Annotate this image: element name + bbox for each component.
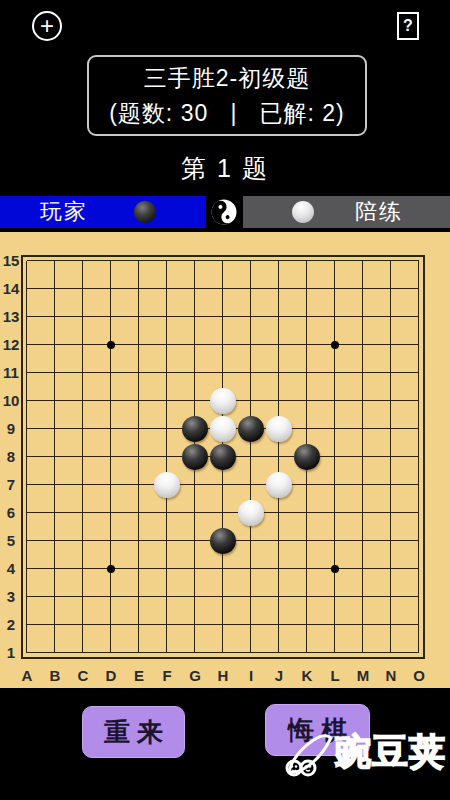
board-cell-K6[interactable]: [293, 499, 321, 527]
board-cell-G11[interactable]: [181, 359, 209, 387]
board-cell-G14[interactable]: [181, 275, 209, 303]
grid-line-v: [390, 303, 391, 331]
board-cell-E3[interactable]: [125, 583, 153, 611]
board-cell-A7[interactable]: [13, 471, 41, 499]
board-cell-B9[interactable]: [41, 415, 69, 443]
grid-line-v: [334, 261, 335, 275]
board-cell-K13[interactable]: [293, 303, 321, 331]
grid-line-v: [54, 331, 55, 359]
board-cell-B1[interactable]: [41, 639, 69, 667]
board-cell-F10[interactable]: [153, 387, 181, 415]
grid-line-v: [390, 261, 391, 275]
board-cell-E13[interactable]: [125, 303, 153, 331]
board-cell-E5[interactable]: [125, 527, 153, 555]
board-cell-O9[interactable]: [405, 415, 433, 443]
board-cell-J4[interactable]: [265, 555, 293, 583]
board-cell-D14[interactable]: [97, 275, 125, 303]
board-cell-N15[interactable]: [377, 247, 405, 275]
board-cell-L1[interactable]: [321, 639, 349, 667]
player-bar: 玩家 陪练: [0, 196, 450, 228]
grid-line-v: [82, 527, 83, 555]
gomoku-board[interactable]: [13, 247, 433, 667]
grid-line-v: [362, 639, 363, 653]
board-cell-A11[interactable]: [13, 359, 41, 387]
board-cell-H4[interactable]: [209, 555, 237, 583]
board-cell-F14[interactable]: [153, 275, 181, 303]
board-cell-A2[interactable]: [13, 611, 41, 639]
board-cell-D15[interactable]: [97, 247, 125, 275]
board-cell-J14[interactable]: [265, 275, 293, 303]
board-cell-M8[interactable]: [349, 443, 377, 471]
board-cell-O12[interactable]: [405, 331, 433, 359]
board-cell-D7[interactable]: [97, 471, 125, 499]
board-cell-L2[interactable]: [321, 611, 349, 639]
board-cell-L9[interactable]: [321, 415, 349, 443]
board-cell-B15[interactable]: [41, 247, 69, 275]
board-cell-O6[interactable]: [405, 499, 433, 527]
black-stone-G9: [182, 416, 208, 442]
board-cell-N14[interactable]: [377, 275, 405, 303]
undo-button[interactable]: 悔 棋: [265, 704, 370, 756]
board-cell-B3[interactable]: [41, 583, 69, 611]
board-cell-B13[interactable]: [41, 303, 69, 331]
board-cell-J1[interactable]: [265, 639, 293, 667]
board-cell-D11[interactable]: [97, 359, 125, 387]
grid-line-v: [166, 611, 167, 639]
board-cell-G7[interactable]: [181, 471, 209, 499]
grid-line-v: [82, 583, 83, 611]
board-cell-B10[interactable]: [41, 387, 69, 415]
board-cell-L12[interactable]: [321, 331, 349, 359]
board-cell-J11[interactable]: [265, 359, 293, 387]
grid-line-v: [306, 331, 307, 359]
board-cell-M10[interactable]: [349, 387, 377, 415]
board-cell-L10[interactable]: [321, 387, 349, 415]
board-cell-C4[interactable]: [69, 555, 97, 583]
grid-line-v: [194, 527, 195, 555]
board-cell-J6[interactable]: [265, 499, 293, 527]
board-cell-H13[interactable]: [209, 303, 237, 331]
board-cell-F11[interactable]: [153, 359, 181, 387]
board-cell-H12[interactable]: [209, 331, 237, 359]
grid-line-v: [362, 555, 363, 583]
board-cell-J7[interactable]: [265, 471, 293, 499]
board-cell-D13[interactable]: [97, 303, 125, 331]
board-cell-I2[interactable]: [237, 611, 265, 639]
board-cell-E6[interactable]: [125, 499, 153, 527]
board-cell-O13[interactable]: [405, 303, 433, 331]
board-cell-K14[interactable]: [293, 275, 321, 303]
board-cell-G13[interactable]: [181, 303, 209, 331]
board-cell-D1[interactable]: [97, 639, 125, 667]
grid-line-v: [222, 639, 223, 653]
board-cell-J3[interactable]: [265, 583, 293, 611]
grid-line-v: [82, 303, 83, 331]
board-cell-E7[interactable]: [125, 471, 153, 499]
grid-line-v: [110, 415, 111, 443]
board-cell-F8[interactable]: [153, 443, 181, 471]
board-cell-D2[interactable]: [97, 611, 125, 639]
board-cell-K11[interactable]: [293, 359, 321, 387]
grid-line-v: [418, 639, 419, 653]
board-cell-I13[interactable]: [237, 303, 265, 331]
board-cell-F4[interactable]: [153, 555, 181, 583]
board-cell-M7[interactable]: [349, 471, 377, 499]
board-cell-K9[interactable]: [293, 415, 321, 443]
grid-line-v: [82, 331, 83, 359]
board-cell-K12[interactable]: [293, 331, 321, 359]
board-cell-H9[interactable]: [209, 415, 237, 443]
board-cell-F6[interactable]: [153, 499, 181, 527]
board-cell-L4[interactable]: [321, 555, 349, 583]
board-cell-A14[interactable]: [13, 275, 41, 303]
board-cell-H15[interactable]: [209, 247, 237, 275]
board-cell-B5[interactable]: [41, 527, 69, 555]
grid-line-h: [27, 288, 41, 289]
grid-line-v: [26, 499, 27, 527]
restart-button[interactable]: 重 来: [82, 706, 185, 758]
grid-line-v: [418, 275, 419, 303]
grid-line-v: [54, 387, 55, 415]
board-cell-J5[interactable]: [265, 527, 293, 555]
board-cell-J15[interactable]: [265, 247, 293, 275]
board-cell-I5[interactable]: [237, 527, 265, 555]
board-cell-C1[interactable]: [69, 639, 97, 667]
grid-line-v: [362, 583, 363, 611]
add-icon[interactable]: +: [32, 11, 62, 41]
board-cell-A10[interactable]: [13, 387, 41, 415]
board-cell-D5[interactable]: [97, 527, 125, 555]
board-cell-K3[interactable]: [293, 583, 321, 611]
board-cell-M9[interactable]: [349, 415, 377, 443]
board-cell-A6[interactable]: [13, 499, 41, 527]
board-cell-N11[interactable]: [377, 359, 405, 387]
board-cell-J2[interactable]: [265, 611, 293, 639]
board-cell-F3[interactable]: [153, 583, 181, 611]
board-cell-O4[interactable]: [405, 555, 433, 583]
board-cell-E15[interactable]: [125, 247, 153, 275]
board-cell-N13[interactable]: [377, 303, 405, 331]
col-label-M: M: [349, 664, 377, 688]
board-cell-A13[interactable]: [13, 303, 41, 331]
board-cell-H5[interactable]: [209, 527, 237, 555]
grid-line-h: [27, 260, 41, 261]
board-cell-H1[interactable]: [209, 639, 237, 667]
board-cell-O14[interactable]: [405, 275, 433, 303]
board-cell-A4[interactable]: [13, 555, 41, 583]
grid-line-v: [82, 415, 83, 443]
board-cell-I10[interactable]: [237, 387, 265, 415]
grid-line-h: [27, 400, 41, 401]
board-cell-L14[interactable]: [321, 275, 349, 303]
grid-line-h: [27, 316, 41, 317]
grid-line-v: [250, 639, 251, 653]
board-cell-I3[interactable]: [237, 583, 265, 611]
board-cell-N10[interactable]: [377, 387, 405, 415]
board-cell-G4[interactable]: [181, 555, 209, 583]
board-cell-H7[interactable]: [209, 471, 237, 499]
grid-line-v: [250, 527, 251, 555]
grid-line-v: [306, 471, 307, 499]
board-cell-K4[interactable]: [293, 555, 321, 583]
col-label-H: H: [209, 664, 237, 688]
grid-line-v: [222, 359, 223, 387]
board-cell-K5[interactable]: [293, 527, 321, 555]
grid-line-v: [138, 639, 139, 653]
grid-line-v: [278, 555, 279, 583]
board-cell-I6[interactable]: [237, 499, 265, 527]
grid-line-v: [110, 275, 111, 303]
board-cell-K10[interactable]: [293, 387, 321, 415]
board-cell-H14[interactable]: [209, 275, 237, 303]
board-cell-K1[interactable]: [293, 639, 321, 667]
board-cell-K2[interactable]: [293, 611, 321, 639]
board-cell-L3[interactable]: [321, 583, 349, 611]
board-cell-C8[interactable]: [69, 443, 97, 471]
grid-line-v: [418, 261, 419, 275]
board-cell-A15[interactable]: [13, 247, 41, 275]
board-cell-M3[interactable]: [349, 583, 377, 611]
board-cell-K15[interactable]: [293, 247, 321, 275]
board-cell-L11[interactable]: [321, 359, 349, 387]
board-cell-E1[interactable]: [125, 639, 153, 667]
board-cell-L5[interactable]: [321, 527, 349, 555]
board-cell-M11[interactable]: [349, 359, 377, 387]
board-cell-E9[interactable]: [125, 415, 153, 443]
board-cell-O1[interactable]: [405, 639, 433, 667]
board-cell-O5[interactable]: [405, 527, 433, 555]
board-cell-I8[interactable]: [237, 443, 265, 471]
board-cell-N8[interactable]: [377, 443, 405, 471]
grid-line-v: [362, 415, 363, 443]
grid-line-v: [194, 555, 195, 583]
grid-line-v: [390, 639, 391, 653]
board-cell-F1[interactable]: [153, 639, 181, 667]
board-cell-M13[interactable]: [349, 303, 377, 331]
board-cell-N6[interactable]: [377, 499, 405, 527]
board-cell-M14[interactable]: [349, 275, 377, 303]
col-label-K: K: [293, 664, 321, 688]
grid-line-v: [82, 275, 83, 303]
board-cell-I7[interactable]: [237, 471, 265, 499]
grid-line-v: [250, 331, 251, 359]
board-cell-K8[interactable]: [293, 443, 321, 471]
board-cell-H8[interactable]: [209, 443, 237, 471]
board-cell-I4[interactable]: [237, 555, 265, 583]
board-cell-B12[interactable]: [41, 331, 69, 359]
board-cell-N12[interactable]: [377, 331, 405, 359]
board-cell-C3[interactable]: [69, 583, 97, 611]
board-cell-B7[interactable]: [41, 471, 69, 499]
board-cell-G8[interactable]: [181, 443, 209, 471]
board-cell-C13[interactable]: [69, 303, 97, 331]
board-cell-E11[interactable]: [125, 359, 153, 387]
board-cell-H3[interactable]: [209, 583, 237, 611]
board-cell-L13[interactable]: [321, 303, 349, 331]
grid-line-v: [138, 275, 139, 303]
grid-line-v: [54, 471, 55, 499]
board-cell-C7[interactable]: [69, 471, 97, 499]
board-cell-J9[interactable]: [265, 415, 293, 443]
board-cell-E4[interactable]: [125, 555, 153, 583]
board-cell-O3[interactable]: [405, 583, 433, 611]
board-cell-M6[interactable]: [349, 499, 377, 527]
board-cell-L7[interactable]: [321, 471, 349, 499]
grid-line-v: [390, 443, 391, 471]
board-cell-G9[interactable]: [181, 415, 209, 443]
board-cell-N7[interactable]: [377, 471, 405, 499]
board-cell-H11[interactable]: [209, 359, 237, 387]
board-cell-I9[interactable]: [237, 415, 265, 443]
board-cell-I12[interactable]: [237, 331, 265, 359]
board-cell-K7[interactable]: [293, 471, 321, 499]
board-cell-B11[interactable]: [41, 359, 69, 387]
board-cell-G1[interactable]: [181, 639, 209, 667]
board-cell-C11[interactable]: [69, 359, 97, 387]
board-cell-J10[interactable]: [265, 387, 293, 415]
board-cell-M2[interactable]: [349, 611, 377, 639]
board-cell-F5[interactable]: [153, 527, 181, 555]
board-cell-E2[interactable]: [125, 611, 153, 639]
board-cell-N3[interactable]: [377, 583, 405, 611]
grid-line-v: [166, 387, 167, 415]
board-cell-C10[interactable]: [69, 387, 97, 415]
grid-line-v: [194, 611, 195, 639]
grid-line-v: [278, 275, 279, 303]
board-cell-J13[interactable]: [265, 303, 293, 331]
board-cell-A9[interactable]: [13, 415, 41, 443]
grid-line-h: [405, 260, 419, 261]
board-cell-H2[interactable]: [209, 611, 237, 639]
board-cell-D6[interactable]: [97, 499, 125, 527]
help-icon[interactable]: ?: [397, 12, 419, 40]
grid-line-v: [194, 471, 195, 499]
grid-line-v: [138, 527, 139, 555]
board-cell-B2[interactable]: [41, 611, 69, 639]
board-cell-D8[interactable]: [97, 443, 125, 471]
board-cell-G12[interactable]: [181, 331, 209, 359]
board-cell-E10[interactable]: [125, 387, 153, 415]
board-cell-O8[interactable]: [405, 443, 433, 471]
board-cell-F7[interactable]: [153, 471, 181, 499]
board-cell-I11[interactable]: [237, 359, 265, 387]
grid-line-v: [334, 443, 335, 471]
board-cell-F13[interactable]: [153, 303, 181, 331]
board-cell-C5[interactable]: [69, 527, 97, 555]
grid-line-h: [27, 456, 41, 457]
board-cell-F15[interactable]: [153, 247, 181, 275]
grid-line-v: [334, 639, 335, 653]
board-cell-G6[interactable]: [181, 499, 209, 527]
board-cell-G3[interactable]: [181, 583, 209, 611]
board-cell-D4[interactable]: [97, 555, 125, 583]
grid-line-v: [278, 303, 279, 331]
board-cell-A1[interactable]: [13, 639, 41, 667]
board-cell-A3[interactable]: [13, 583, 41, 611]
board-cell-C6[interactable]: [69, 499, 97, 527]
board-cell-D10[interactable]: [97, 387, 125, 415]
board-cell-C9[interactable]: [69, 415, 97, 443]
board-cell-B6[interactable]: [41, 499, 69, 527]
board-cell-O15[interactable]: [405, 247, 433, 275]
board-cell-G10[interactable]: [181, 387, 209, 415]
grid-line-v: [110, 471, 111, 499]
board-cell-I14[interactable]: [237, 275, 265, 303]
board-cell-B8[interactable]: [41, 443, 69, 471]
grid-line-v: [306, 527, 307, 555]
board-cell-F12[interactable]: [153, 331, 181, 359]
board-cell-N5[interactable]: [377, 527, 405, 555]
board-cell-N1[interactable]: [377, 639, 405, 667]
grid-line-v: [250, 611, 251, 639]
board-cell-M15[interactable]: [349, 247, 377, 275]
board-cell-E12[interactable]: [125, 331, 153, 359]
board-cell-M5[interactable]: [349, 527, 377, 555]
board-cell-N4[interactable]: [377, 555, 405, 583]
grid-line-v: [110, 583, 111, 611]
board-cell-E14[interactable]: [125, 275, 153, 303]
board-cell-J8[interactable]: [265, 443, 293, 471]
board-cell-M4[interactable]: [349, 555, 377, 583]
grid-line-v: [26, 261, 27, 275]
board-cell-A8[interactable]: [13, 443, 41, 471]
board-cell-O7[interactable]: [405, 471, 433, 499]
board-cell-N2[interactable]: [377, 611, 405, 639]
board-cell-L6[interactable]: [321, 499, 349, 527]
board-cell-J12[interactable]: [265, 331, 293, 359]
board-cell-L8[interactable]: [321, 443, 349, 471]
board-cell-H10[interactable]: [209, 387, 237, 415]
board-cell-D9[interactable]: [97, 415, 125, 443]
board-cell-D12[interactable]: [97, 331, 125, 359]
board-cell-N9[interactable]: [377, 415, 405, 443]
board-cell-F2[interactable]: [153, 611, 181, 639]
board-cell-L15[interactable]: [321, 247, 349, 275]
board-cell-B4[interactable]: [41, 555, 69, 583]
board-cell-H6[interactable]: [209, 499, 237, 527]
board-cell-A12[interactable]: [13, 331, 41, 359]
grid-line-h: [27, 428, 41, 429]
grid-line-v: [54, 527, 55, 555]
grid-line-v: [362, 303, 363, 331]
board-cell-E8[interactable]: [125, 443, 153, 471]
board-cell-I1[interactable]: [237, 639, 265, 667]
board-cell-A5[interactable]: [13, 527, 41, 555]
board-cell-C12[interactable]: [69, 331, 97, 359]
grid-line-v: [194, 639, 195, 653]
board-cell-O11[interactable]: [405, 359, 433, 387]
board-cell-C14[interactable]: [69, 275, 97, 303]
grid-line-v: [362, 611, 363, 639]
col-label-F: F: [153, 664, 181, 688]
board-cell-F9[interactable]: [153, 415, 181, 443]
board-cell-C2[interactable]: [69, 611, 97, 639]
board-cell-C15[interactable]: [69, 247, 97, 275]
opponent-segment: 陪练: [243, 196, 450, 228]
board-cell-O2[interactable]: [405, 611, 433, 639]
board-cell-O10[interactable]: [405, 387, 433, 415]
board-cell-G2[interactable]: [181, 611, 209, 639]
board-cell-G15[interactable]: [181, 247, 209, 275]
puzzle-stats: (题数: 30 | 已解: 2): [109, 98, 345, 129]
board-cell-B14[interactable]: [41, 275, 69, 303]
grid-line-v: [278, 359, 279, 387]
board-cell-M1[interactable]: [349, 639, 377, 667]
board-cell-M12[interactable]: [349, 331, 377, 359]
board-cell-I15[interactable]: [237, 247, 265, 275]
board-cell-G5[interactable]: [181, 527, 209, 555]
board-cell-D3[interactable]: [97, 583, 125, 611]
